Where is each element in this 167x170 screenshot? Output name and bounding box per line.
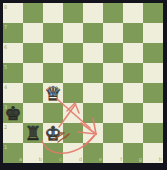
file-label-g: g [139, 156, 142, 162]
square-a6[interactable]: 6 [3, 43, 23, 63]
square-e1[interactable]: e [83, 143, 103, 163]
square-a2[interactable]: 2 [3, 123, 23, 143]
square-e5[interactable] [83, 63, 103, 83]
rank-label-1: 1 [4, 144, 7, 150]
chess-board: 87654♛3♚2♜♚1abcdefgh [3, 3, 163, 163]
square-d1[interactable]: d [63, 143, 83, 163]
square-f7[interactable] [103, 23, 123, 43]
square-h2[interactable] [143, 123, 163, 143]
square-h5[interactable] [143, 63, 163, 83]
square-e6[interactable] [83, 43, 103, 63]
square-e2[interactable] [83, 123, 103, 143]
square-e3[interactable] [83, 103, 103, 123]
square-c5[interactable] [43, 63, 63, 83]
square-d7[interactable] [63, 23, 83, 43]
square-c8[interactable] [43, 3, 63, 23]
square-a7[interactable]: 7 [3, 23, 23, 43]
square-b6[interactable] [23, 43, 43, 63]
square-d3[interactable] [63, 103, 83, 123]
square-a1[interactable]: 1a [3, 143, 23, 163]
square-b1[interactable]: b [23, 143, 43, 163]
square-a8[interactable]: 8 [3, 3, 23, 23]
square-h6[interactable] [143, 43, 163, 63]
square-f3[interactable] [103, 103, 123, 123]
rank-label-5: 5 [4, 64, 7, 70]
rank-label-6: 6 [4, 44, 7, 50]
file-label-a: a [19, 156, 22, 162]
file-label-h: h [159, 156, 162, 162]
square-g7[interactable] [123, 23, 143, 43]
square-e4[interactable] [83, 83, 103, 103]
square-b5[interactable] [23, 63, 43, 83]
square-f5[interactable] [103, 63, 123, 83]
square-g1[interactable]: g [123, 143, 143, 163]
file-label-b: b [39, 156, 42, 162]
square-h8[interactable] [143, 3, 163, 23]
square-c6[interactable] [43, 43, 63, 63]
square-g3[interactable] [123, 103, 143, 123]
square-a5[interactable]: 5 [3, 63, 23, 83]
square-f2[interactable] [103, 123, 123, 143]
square-b7[interactable] [23, 23, 43, 43]
square-d2[interactable] [63, 123, 83, 143]
piece-black-king-a3[interactable]: ♚ [3, 103, 23, 123]
square-h7[interactable] [143, 23, 163, 43]
square-b2[interactable]: ♜ [23, 123, 43, 143]
file-label-c: c [59, 156, 62, 162]
rank-label-8: 8 [4, 4, 7, 10]
square-e7[interactable] [83, 23, 103, 43]
square-b8[interactable] [23, 3, 43, 23]
square-h4[interactable] [143, 83, 163, 103]
square-f1[interactable]: f [103, 143, 123, 163]
rank-label-2: 2 [4, 124, 7, 130]
rank-label-4: 4 [4, 84, 7, 90]
square-g4[interactable] [123, 83, 143, 103]
square-g8[interactable] [123, 3, 143, 23]
piece-white-queen-c4[interactable]: ♛ [43, 83, 63, 103]
square-f8[interactable] [103, 3, 123, 23]
square-c4[interactable]: ♛ [43, 83, 63, 103]
square-g5[interactable] [123, 63, 143, 83]
square-d4[interactable] [63, 83, 83, 103]
square-g2[interactable] [123, 123, 143, 143]
square-d8[interactable] [63, 3, 83, 23]
square-e8[interactable] [83, 3, 103, 23]
piece-white-king-c2[interactable]: ♚ [43, 123, 63, 143]
square-f4[interactable] [103, 83, 123, 103]
square-h1[interactable]: h [143, 143, 163, 163]
square-c2[interactable]: ♚ [43, 123, 63, 143]
square-d6[interactable] [63, 43, 83, 63]
square-f6[interactable] [103, 43, 123, 63]
chess-board-frame: 87654♛3♚2♜♚1abcdefgh [0, 0, 167, 170]
square-a3[interactable]: 3♚ [3, 103, 23, 123]
square-c3[interactable] [43, 103, 63, 123]
square-a4[interactable]: 4 [3, 83, 23, 103]
square-b3[interactable] [23, 103, 43, 123]
rank-label-7: 7 [4, 24, 7, 30]
square-c1[interactable]: c [43, 143, 63, 163]
file-label-f: f [120, 156, 122, 162]
square-c7[interactable] [43, 23, 63, 43]
square-h3[interactable] [143, 103, 163, 123]
square-b4[interactable] [23, 83, 43, 103]
square-d5[interactable] [63, 63, 83, 83]
file-label-d: d [79, 156, 82, 162]
piece-black-rook-b2[interactable]: ♜ [23, 123, 43, 143]
square-g6[interactable] [123, 43, 143, 63]
file-label-e: e [99, 156, 102, 162]
